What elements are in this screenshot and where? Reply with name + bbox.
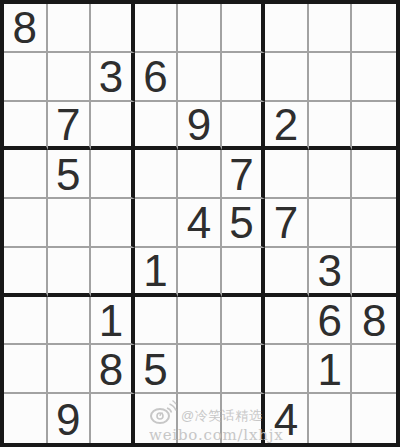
cell-r4c7[interactable] xyxy=(265,150,309,199)
given-digit: 7 xyxy=(229,153,253,197)
cell-r9c9[interactable] xyxy=(352,394,396,443)
given-digit: 8 xyxy=(362,299,386,343)
cell-r4c5[interactable] xyxy=(178,150,222,199)
cell-r2c2[interactable] xyxy=(48,53,92,102)
cell-r9c5[interactable] xyxy=(178,394,222,443)
cell-r1c1[interactable]: 8 xyxy=(4,4,48,53)
given-digit: 9 xyxy=(56,398,80,442)
cell-r6c4[interactable]: 1 xyxy=(135,248,179,297)
cell-r1c2[interactable] xyxy=(48,4,92,53)
cell-r6c8[interactable]: 3 xyxy=(309,248,353,297)
given-digit: 4 xyxy=(274,398,298,442)
given-digit: 3 xyxy=(99,55,123,99)
cell-r4c1[interactable] xyxy=(4,150,48,199)
given-digit: 9 xyxy=(187,103,211,147)
cell-r3c6[interactable] xyxy=(222,102,266,151)
cell-r1c6[interactable] xyxy=(222,4,266,53)
cell-r1c3[interactable] xyxy=(91,4,135,53)
cell-r4c4[interactable] xyxy=(135,150,179,199)
cell-r7c7[interactable] xyxy=(265,297,309,346)
given-digit: 1 xyxy=(143,249,167,293)
cell-r2c6[interactable] xyxy=(222,53,266,102)
given-digit: 8 xyxy=(13,6,37,50)
cell-r2c5[interactable] xyxy=(178,53,222,102)
cell-r1c4[interactable] xyxy=(135,4,179,53)
cell-r9c8[interactable] xyxy=(309,394,353,443)
cell-r3c5[interactable]: 9 xyxy=(178,102,222,151)
cell-r6c1[interactable] xyxy=(4,248,48,297)
cell-r5c2[interactable] xyxy=(48,199,92,248)
given-digit: 1 xyxy=(99,299,123,343)
cell-r8c7[interactable] xyxy=(265,345,309,394)
cell-r9c7[interactable]: 4 xyxy=(265,394,309,443)
cell-r8c2[interactable] xyxy=(48,345,92,394)
cell-r7c9[interactable]: 8 xyxy=(352,297,396,346)
cell-r6c9[interactable] xyxy=(352,248,396,297)
cell-r9c4[interactable] xyxy=(135,394,179,443)
given-digit: 5 xyxy=(229,201,253,245)
cell-r8c5[interactable] xyxy=(178,345,222,394)
cell-r5c1[interactable] xyxy=(4,199,48,248)
cell-r9c1[interactable] xyxy=(4,394,48,443)
cell-r3c9[interactable] xyxy=(352,102,396,151)
cell-r3c8[interactable] xyxy=(309,102,353,151)
given-digit: 5 xyxy=(143,348,167,392)
cell-r6c6[interactable] xyxy=(222,248,266,297)
cell-r5c6[interactable]: 5 xyxy=(222,199,266,248)
cell-r5c5[interactable]: 4 xyxy=(178,199,222,248)
cell-r5c4[interactable] xyxy=(135,199,179,248)
cell-r5c7[interactable]: 7 xyxy=(265,199,309,248)
cell-r5c3[interactable] xyxy=(91,199,135,248)
cell-r2c7[interactable] xyxy=(265,53,309,102)
cell-r6c5[interactable] xyxy=(178,248,222,297)
given-digit: 7 xyxy=(56,103,80,147)
given-digit: 6 xyxy=(317,299,341,343)
cell-r9c3[interactable] xyxy=(91,394,135,443)
cell-r7c3[interactable]: 1 xyxy=(91,297,135,346)
given-digit: 2 xyxy=(274,103,298,147)
cell-r9c2[interactable]: 9 xyxy=(48,394,92,443)
cell-r3c3[interactable] xyxy=(91,102,135,151)
given-digit: 3 xyxy=(317,249,341,293)
cell-r3c2[interactable]: 7 xyxy=(48,102,92,151)
cell-r6c2[interactable] xyxy=(48,248,92,297)
cell-r1c7[interactable] xyxy=(265,4,309,53)
cell-r1c5[interactable] xyxy=(178,4,222,53)
cell-r3c1[interactable] xyxy=(4,102,48,151)
given-digit: 5 xyxy=(56,153,80,197)
cell-r3c4[interactable] xyxy=(135,102,179,151)
cell-r8c9[interactable] xyxy=(352,345,396,394)
given-digit: 1 xyxy=(317,348,341,392)
cell-r8c8[interactable]: 1 xyxy=(309,345,353,394)
cell-r3c7[interactable]: 2 xyxy=(265,102,309,151)
given-digit: 6 xyxy=(143,55,167,99)
cell-r6c3[interactable] xyxy=(91,248,135,297)
cell-r1c9[interactable] xyxy=(352,4,396,53)
cell-r2c4[interactable]: 6 xyxy=(135,53,179,102)
sudoku-board: 836792574571316885194 @冷笑话精选 weibo.com/l… xyxy=(0,0,400,447)
cell-r8c3[interactable]: 8 xyxy=(91,345,135,394)
cell-r5c9[interactable] xyxy=(352,199,396,248)
cell-r8c4[interactable]: 5 xyxy=(135,345,179,394)
given-digit: 8 xyxy=(99,348,123,392)
cell-r4c3[interactable] xyxy=(91,150,135,199)
cell-r7c2[interactable] xyxy=(48,297,92,346)
cell-r7c6[interactable] xyxy=(222,297,266,346)
cell-r9c6[interactable] xyxy=(222,394,266,443)
cell-r4c9[interactable] xyxy=(352,150,396,199)
cell-r7c4[interactable] xyxy=(135,297,179,346)
cell-r4c8[interactable] xyxy=(309,150,353,199)
cell-r5c8[interactable] xyxy=(309,199,353,248)
cell-r4c2[interactable]: 5 xyxy=(48,150,92,199)
cell-r7c8[interactable]: 6 xyxy=(309,297,353,346)
cell-r8c1[interactable] xyxy=(4,345,48,394)
given-digit: 7 xyxy=(274,201,298,245)
cell-r4c6[interactable]: 7 xyxy=(222,150,266,199)
given-digit: 4 xyxy=(187,201,211,245)
cell-r2c1[interactable] xyxy=(4,53,48,102)
cell-r7c5[interactable] xyxy=(178,297,222,346)
cell-r2c8[interactable] xyxy=(309,53,353,102)
cell-r6c7[interactable] xyxy=(265,248,309,297)
cell-r8c6[interactable] xyxy=(222,345,266,394)
cell-r1c8[interactable] xyxy=(309,4,353,53)
cell-r2c3[interactable]: 3 xyxy=(91,53,135,102)
cell-r2c9[interactable] xyxy=(352,53,396,102)
cell-r7c1[interactable] xyxy=(4,297,48,346)
